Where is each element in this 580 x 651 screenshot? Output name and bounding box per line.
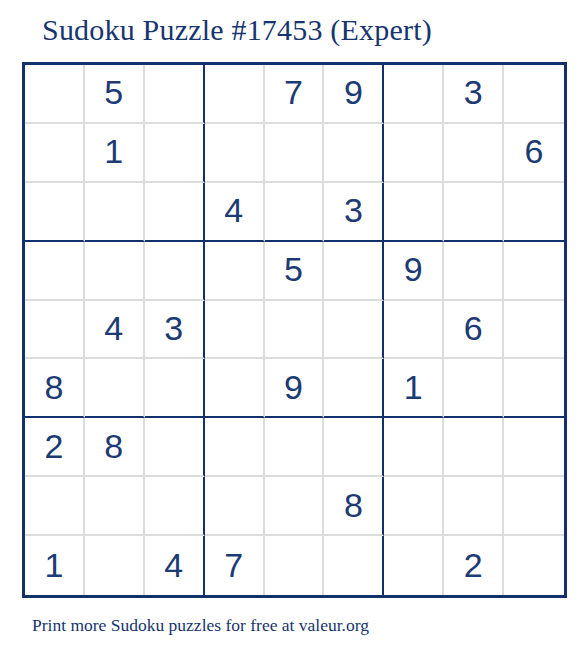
sudoku-cell-r8c9[interactable] — [504, 477, 564, 536]
sudoku-cell-r8c8[interactable] — [444, 477, 504, 536]
sudoku-board: 57931643594368912881472 — [22, 62, 567, 598]
sudoku-cell-r7c6[interactable] — [324, 418, 384, 477]
sudoku-cell-r1c8[interactable]: 3 — [444, 65, 504, 124]
sudoku-cell-r7c2[interactable]: 8 — [85, 418, 145, 477]
sudoku-cell-r7c8[interactable] — [444, 418, 504, 477]
given-digit: 4 — [104, 311, 123, 345]
sudoku-cell-r2c9[interactable]: 6 — [504, 124, 564, 183]
sudoku-cell-r5c1[interactable] — [25, 301, 85, 360]
sudoku-cell-r9c4[interactable]: 7 — [205, 536, 265, 595]
sudoku-cell-r7c4[interactable] — [205, 418, 265, 477]
sudoku-cell-r2c3[interactable] — [145, 124, 205, 183]
sudoku-cell-r5c7[interactable] — [384, 301, 444, 360]
sudoku-cell-r3c7[interactable] — [384, 183, 444, 242]
sudoku-cell-r4c8[interactable] — [444, 242, 504, 301]
sudoku-cell-r8c2[interactable] — [85, 477, 145, 536]
given-digit: 7 — [284, 75, 303, 109]
given-digit: 9 — [344, 75, 363, 109]
sudoku-cell-r9c8[interactable]: 2 — [444, 536, 504, 595]
sudoku-cell-r6c8[interactable] — [444, 359, 504, 418]
given-digit: 6 — [464, 311, 483, 345]
sudoku-cell-r2c7[interactable] — [384, 124, 444, 183]
sudoku-cell-r6c6[interactable] — [324, 359, 384, 418]
sudoku-cell-r6c4[interactable] — [205, 359, 265, 418]
sudoku-cell-r1c4[interactable] — [205, 65, 265, 124]
given-digit: 8 — [104, 429, 123, 463]
sudoku-cell-r1c1[interactable] — [25, 65, 85, 124]
sudoku-cell-r9c1[interactable]: 1 — [25, 536, 85, 595]
given-digit: 3 — [464, 75, 483, 109]
sudoku-cell-r6c9[interactable] — [504, 359, 564, 418]
sudoku-cell-r8c6[interactable]: 8 — [324, 477, 384, 536]
sudoku-cell-r4c1[interactable] — [25, 242, 85, 301]
sudoku-cell-r8c7[interactable] — [384, 477, 444, 536]
sudoku-cell-r7c1[interactable]: 2 — [25, 418, 85, 477]
sudoku-cell-r3c4[interactable]: 4 — [205, 183, 265, 242]
sudoku-cell-r9c2[interactable] — [85, 536, 145, 595]
sudoku-cell-r5c9[interactable] — [504, 301, 564, 360]
sudoku-cell-r9c3[interactable]: 4 — [145, 536, 205, 595]
sudoku-cell-r6c7[interactable]: 1 — [384, 359, 444, 418]
sudoku-cell-r6c2[interactable] — [85, 359, 145, 418]
sudoku-cell-r7c5[interactable] — [265, 418, 325, 477]
page-title: Sudoku Puzzle #17453 (Expert) — [42, 13, 432, 47]
sudoku-cell-r8c3[interactable] — [145, 477, 205, 536]
sudoku-cell-r4c3[interactable] — [145, 242, 205, 301]
sudoku-cell-r3c5[interactable] — [265, 183, 325, 242]
sudoku-cell-r2c2[interactable]: 1 — [85, 124, 145, 183]
sudoku-cell-r8c4[interactable] — [205, 477, 265, 536]
sudoku-cell-r9c9[interactable] — [504, 536, 564, 595]
sudoku-cell-r4c5[interactable]: 5 — [265, 242, 325, 301]
given-digit: 6 — [525, 134, 544, 168]
sudoku-cell-r4c2[interactable] — [85, 242, 145, 301]
footer-text: Print more Sudoku puzzles for free at va… — [32, 615, 369, 636]
sudoku-cell-r3c3[interactable] — [145, 183, 205, 242]
sudoku-cell-r3c8[interactable] — [444, 183, 504, 242]
sudoku-cell-r2c5[interactable] — [265, 124, 325, 183]
sudoku-cell-r2c1[interactable] — [25, 124, 85, 183]
sudoku-cell-r6c1[interactable]: 8 — [25, 359, 85, 418]
sudoku-cell-r7c3[interactable] — [145, 418, 205, 477]
given-digit: 1 — [104, 134, 123, 168]
given-digit: 5 — [104, 75, 123, 109]
sudoku-cell-r5c4[interactable] — [205, 301, 265, 360]
sudoku-cell-r1c2[interactable]: 5 — [85, 65, 145, 124]
sudoku-cell-r3c1[interactable] — [25, 183, 85, 242]
sudoku-cell-r9c5[interactable] — [265, 536, 325, 595]
given-digit: 3 — [344, 193, 363, 227]
given-digit: 2 — [464, 548, 483, 582]
given-digit: 2 — [44, 429, 63, 463]
given-digit: 7 — [224, 548, 243, 582]
sudoku-cell-r1c6[interactable]: 9 — [324, 65, 384, 124]
sudoku-cell-r4c9[interactable] — [504, 242, 564, 301]
sudoku-cell-r6c3[interactable] — [145, 359, 205, 418]
sudoku-cell-r5c5[interactable] — [265, 301, 325, 360]
sudoku-cell-r1c9[interactable] — [504, 65, 564, 124]
sudoku-cell-r5c8[interactable]: 6 — [444, 301, 504, 360]
given-digit: 4 — [164, 548, 183, 582]
sudoku-cell-r3c9[interactable] — [504, 183, 564, 242]
sudoku-cell-r1c7[interactable] — [384, 65, 444, 124]
sudoku-cell-r4c4[interactable] — [205, 242, 265, 301]
sudoku-cell-r5c2[interactable]: 4 — [85, 301, 145, 360]
sudoku-cell-r2c6[interactable] — [324, 124, 384, 183]
given-digit: 9 — [284, 370, 303, 404]
sudoku-cell-r5c3[interactable]: 3 — [145, 301, 205, 360]
sudoku-cell-r6c5[interactable]: 9 — [265, 359, 325, 418]
sudoku-cell-r4c7[interactable]: 9 — [384, 242, 444, 301]
sudoku-cell-r8c5[interactable] — [265, 477, 325, 536]
sudoku-cell-r9c7[interactable] — [384, 536, 444, 595]
given-digit: 9 — [404, 252, 423, 286]
given-digit: 1 — [44, 548, 63, 582]
given-digit: 8 — [44, 370, 63, 404]
given-digit: 1 — [404, 370, 423, 404]
sudoku-cell-r7c9[interactable] — [504, 418, 564, 477]
sudoku-cell-r1c3[interactable] — [145, 65, 205, 124]
given-digit: 5 — [284, 252, 303, 286]
given-digit: 4 — [224, 193, 243, 227]
sudoku-cell-r9c6[interactable] — [324, 536, 384, 595]
sudoku-cell-r3c6[interactable]: 3 — [324, 183, 384, 242]
sudoku-cell-r7c7[interactable] — [384, 418, 444, 477]
sudoku-cell-r8c1[interactable] — [25, 477, 85, 536]
sudoku-cell-r2c8[interactable] — [444, 124, 504, 183]
sudoku-cell-r5c6[interactable] — [324, 301, 384, 360]
given-digit: 3 — [164, 311, 183, 345]
sudoku-cell-r4c6[interactable] — [324, 242, 384, 301]
sudoku-cell-r3c2[interactable] — [85, 183, 145, 242]
given-digit: 8 — [344, 488, 363, 522]
sudoku-cell-r1c5[interactable]: 7 — [265, 65, 325, 124]
sudoku-cell-r2c4[interactable] — [205, 124, 265, 183]
